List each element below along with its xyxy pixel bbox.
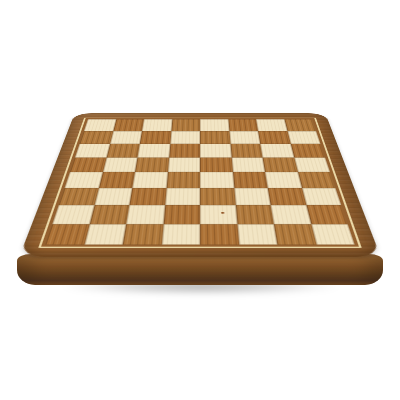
square-g1 [274, 224, 316, 245]
square-h8 [284, 119, 316, 131]
square-a5 [70, 157, 106, 172]
square-f6 [230, 144, 262, 158]
wood-knot [221, 212, 224, 214]
square-b7 [110, 131, 142, 144]
square-c4 [132, 172, 167, 188]
square-h1 [311, 224, 355, 245]
square-h3 [302, 188, 342, 205]
square-e3 [200, 188, 235, 205]
square-b2 [89, 205, 129, 224]
square-d4 [166, 172, 200, 188]
square-f5 [231, 157, 265, 172]
square-e5 [200, 157, 233, 172]
square-d5 [168, 157, 201, 172]
square-g3 [268, 188, 306, 205]
square-a8 [84, 119, 116, 131]
board-frame [19, 113, 381, 257]
square-d2 [163, 205, 200, 224]
board-front-edge [17, 254, 383, 285]
square-e8 [200, 119, 229, 131]
square-a2 [52, 205, 94, 224]
square-e6 [200, 144, 231, 158]
square-e4 [200, 172, 234, 188]
square-d3 [165, 188, 200, 205]
square-h7 [287, 131, 320, 144]
square-d6 [169, 144, 200, 158]
square-g7 [258, 131, 290, 144]
square-a4 [65, 172, 103, 188]
square-h5 [294, 157, 330, 172]
square-h6 [290, 144, 325, 158]
square-c1 [123, 224, 163, 245]
square-b4 [98, 172, 135, 188]
square-g4 [265, 172, 302, 188]
square-f2 [235, 205, 274, 224]
playing-area [45, 119, 354, 244]
square-c7 [140, 131, 171, 144]
board-inlay-line [38, 118, 362, 248]
square-b6 [106, 144, 140, 158]
square-e2 [200, 205, 237, 224]
square-g6 [260, 144, 294, 158]
square-d1 [161, 224, 200, 245]
square-c8 [142, 119, 172, 131]
square-b1 [84, 224, 126, 245]
square-h4 [298, 172, 336, 188]
square-b5 [103, 157, 138, 172]
square-f3 [234, 188, 271, 205]
square-a7 [80, 131, 113, 144]
square-a6 [75, 144, 110, 158]
square-f8 [228, 119, 258, 131]
photo-background [0, 0, 400, 400]
square-c3 [129, 188, 166, 205]
square-a3 [59, 188, 99, 205]
square-d7 [170, 131, 200, 144]
square-g8 [256, 119, 287, 131]
square-a1 [45, 224, 89, 245]
square-g2 [271, 205, 311, 224]
square-e1 [200, 224, 239, 245]
square-e7 [200, 131, 230, 144]
chessboard [19, 113, 381, 257]
square-c5 [135, 157, 169, 172]
square-g5 [263, 157, 298, 172]
square-f1 [237, 224, 277, 245]
square-f7 [229, 131, 260, 144]
square-c2 [126, 205, 165, 224]
square-h2 [306, 205, 348, 224]
square-b3 [94, 188, 132, 205]
square-f4 [233, 172, 268, 188]
square-b8 [113, 119, 144, 131]
square-c6 [137, 144, 169, 158]
square-d8 [171, 119, 200, 131]
